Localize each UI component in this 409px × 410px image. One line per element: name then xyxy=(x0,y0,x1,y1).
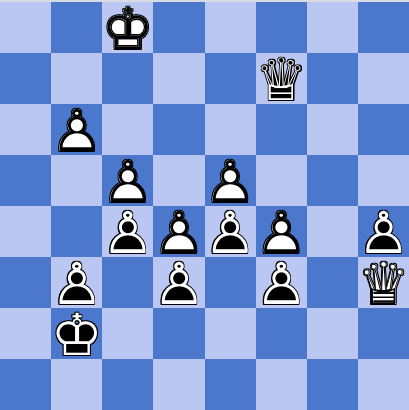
square-h6[interactable] xyxy=(358,104,409,155)
black-pawn-outline-glyph: ♙ xyxy=(358,207,409,258)
square-d7[interactable] xyxy=(153,53,204,104)
square-e8[interactable] xyxy=(205,2,256,53)
square-d4[interactable]: ♟♙ xyxy=(153,206,204,257)
square-d1[interactable] xyxy=(153,359,204,410)
square-b3[interactable]: ♟♙ xyxy=(51,257,102,308)
black-queen-outline-glyph: ♕ xyxy=(256,54,307,105)
black-pawn[interactable]: ♟♙ xyxy=(256,257,307,308)
square-e2[interactable] xyxy=(205,308,256,359)
square-f5[interactable] xyxy=(256,155,307,206)
white-pawn-outline-glyph: ♙ xyxy=(51,105,102,156)
black-queen-fill-glyph: ♛ xyxy=(256,54,307,105)
square-f8[interactable] xyxy=(256,2,307,53)
square-f6[interactable] xyxy=(256,104,307,155)
white-pawn-fill-glyph: ♟ xyxy=(256,207,307,258)
square-h3[interactable]: ♛♕ xyxy=(358,257,409,308)
square-c2[interactable] xyxy=(102,308,153,359)
white-pawn-outline-glyph: ♙ xyxy=(205,156,256,207)
square-d8[interactable] xyxy=(153,2,204,53)
square-h8[interactable] xyxy=(358,2,409,53)
square-b2[interactable]: ♚♔ xyxy=(51,308,102,359)
square-a1[interactable] xyxy=(0,359,51,410)
white-king-fill-glyph: ♚ xyxy=(102,3,153,54)
black-king-outline-glyph: ♔ xyxy=(51,309,102,360)
black-pawn-fill-glyph: ♟ xyxy=(102,207,153,258)
black-pawn-fill-glyph: ♟ xyxy=(205,207,256,258)
white-queen-outline-glyph: ♕ xyxy=(358,258,409,309)
square-d2[interactable] xyxy=(153,308,204,359)
square-e5[interactable]: ♟♙ xyxy=(205,155,256,206)
black-pawn-outline-glyph: ♙ xyxy=(51,258,102,309)
black-pawn[interactable]: ♟♙ xyxy=(102,206,153,257)
white-pawn-outline-glyph: ♙ xyxy=(153,207,204,258)
square-g4[interactable] xyxy=(307,206,358,257)
white-pawn-fill-glyph: ♟ xyxy=(102,156,153,207)
square-b5[interactable] xyxy=(51,155,102,206)
square-f4[interactable]: ♟♙ xyxy=(256,206,307,257)
white-king-outline-glyph: ♔ xyxy=(102,3,153,54)
black-pawn-fill-glyph: ♟ xyxy=(256,258,307,309)
square-f3[interactable]: ♟♙ xyxy=(256,257,307,308)
white-pawn-outline-glyph: ♙ xyxy=(102,156,153,207)
black-pawn[interactable]: ♟♙ xyxy=(51,257,102,308)
square-a4[interactable] xyxy=(0,206,51,257)
square-h2[interactable] xyxy=(358,308,409,359)
square-g6[interactable] xyxy=(307,104,358,155)
black-pawn-fill-glyph: ♟ xyxy=(153,258,204,309)
black-pawn-outline-glyph: ♙ xyxy=(256,258,307,309)
black-king[interactable]: ♚♔ xyxy=(51,308,102,359)
square-f1[interactable] xyxy=(256,359,307,410)
square-e6[interactable] xyxy=(205,104,256,155)
black-pawn-fill-glyph: ♟ xyxy=(358,207,409,258)
white-pawn[interactable]: ♟♙ xyxy=(153,206,204,257)
square-c5[interactable]: ♟♙ xyxy=(102,155,153,206)
chess-board: ♚♔♛♕♟♙♟♙♟♙♟♙♟♙♟♙♟♙♟♙♟♙♟♙♟♙♛♕♚♔ xyxy=(0,2,409,410)
white-pawn[interactable]: ♟♙ xyxy=(51,104,102,155)
white-pawn[interactable]: ♟♙ xyxy=(256,206,307,257)
square-d3[interactable]: ♟♙ xyxy=(153,257,204,308)
black-pawn-outline-glyph: ♙ xyxy=(102,207,153,258)
square-c3[interactable] xyxy=(102,257,153,308)
square-e4[interactable]: ♟♙ xyxy=(205,206,256,257)
square-a6[interactable] xyxy=(0,104,51,155)
white-king[interactable]: ♚♔ xyxy=(102,2,153,53)
square-b8[interactable] xyxy=(51,2,102,53)
square-e1[interactable] xyxy=(205,359,256,410)
white-pawn-fill-glyph: ♟ xyxy=(51,105,102,156)
square-g3[interactable] xyxy=(307,257,358,308)
black-king-fill-glyph: ♚ xyxy=(51,309,102,360)
square-g1[interactable] xyxy=(307,359,358,410)
square-a2[interactable] xyxy=(0,308,51,359)
black-pawn[interactable]: ♟♙ xyxy=(358,206,409,257)
white-pawn-fill-glyph: ♟ xyxy=(153,207,204,258)
black-queen[interactable]: ♛♕ xyxy=(256,53,307,104)
square-g5[interactable] xyxy=(307,155,358,206)
square-g8[interactable] xyxy=(307,2,358,53)
square-b1[interactable] xyxy=(51,359,102,410)
square-h7[interactable] xyxy=(358,53,409,104)
square-c4[interactable]: ♟♙ xyxy=(102,206,153,257)
black-pawn[interactable]: ♟♙ xyxy=(205,206,256,257)
square-h4[interactable]: ♟♙ xyxy=(358,206,409,257)
square-b7[interactable] xyxy=(51,53,102,104)
square-c1[interactable] xyxy=(102,359,153,410)
square-a3[interactable] xyxy=(0,257,51,308)
white-pawn-fill-glyph: ♟ xyxy=(205,156,256,207)
square-f2[interactable] xyxy=(256,308,307,359)
square-d5[interactable] xyxy=(153,155,204,206)
black-pawn-outline-glyph: ♙ xyxy=(153,258,204,309)
white-pawn-outline-glyph: ♙ xyxy=(256,207,307,258)
square-b6[interactable]: ♟♙ xyxy=(51,104,102,155)
square-f7[interactable]: ♛♕ xyxy=(256,53,307,104)
square-e3[interactable] xyxy=(205,257,256,308)
square-g2[interactable] xyxy=(307,308,358,359)
chess-board-window: ♚♔♛♕♟♙♟♙♟♙♟♙♟♙♟♙♟♙♟♙♟♙♟♙♟♙♛♕♚♔ xyxy=(0,0,409,410)
square-c6[interactable] xyxy=(102,104,153,155)
white-pawn[interactable]: ♟♙ xyxy=(205,155,256,206)
white-queen-fill-glyph: ♛ xyxy=(358,258,409,309)
black-pawn[interactable]: ♟♙ xyxy=(153,257,204,308)
black-pawn-fill-glyph: ♟ xyxy=(51,258,102,309)
square-e7[interactable] xyxy=(205,53,256,104)
white-pawn[interactable]: ♟♙ xyxy=(102,155,153,206)
black-pawn-outline-glyph: ♙ xyxy=(205,207,256,258)
square-c8[interactable]: ♚♔ xyxy=(102,2,153,53)
square-b4[interactable] xyxy=(51,206,102,257)
square-d6[interactable] xyxy=(153,104,204,155)
square-a5[interactable] xyxy=(0,155,51,206)
square-c7[interactable] xyxy=(102,53,153,104)
square-g7[interactable] xyxy=(307,53,358,104)
square-a8[interactable] xyxy=(0,2,51,53)
square-a7[interactable] xyxy=(0,53,51,104)
square-h1[interactable] xyxy=(358,359,409,410)
white-queen[interactable]: ♛♕ xyxy=(358,257,409,308)
square-h5[interactable] xyxy=(358,155,409,206)
